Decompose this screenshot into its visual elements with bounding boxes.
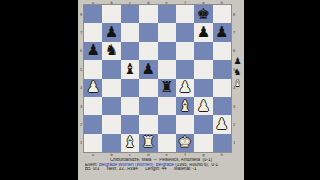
- square-b6: ♞: [102, 42, 120, 60]
- rank-label-2: 2: [79, 115, 84, 133]
- square-e6: [158, 42, 176, 60]
- rank-label-5: 5: [79, 60, 84, 78]
- tray-black-pawn: ♟: [233, 57, 241, 66]
- square-a2: [84, 115, 102, 133]
- stats-line: B5 0/3 Next: 33...Rxa4 Length: 44 Materi…: [78, 167, 244, 172]
- square-b7: ♟: [102, 23, 120, 41]
- square-e7: [158, 23, 176, 41]
- square-c6: [121, 42, 139, 60]
- square-f1: ♚: [176, 134, 194, 152]
- square-g7: ♟: [194, 23, 212, 41]
- square-g8: ♚: [194, 5, 212, 23]
- file-labels-bottom: abcdefgh: [84, 152, 231, 157]
- square-a7: [84, 23, 102, 41]
- white-king: ♚: [178, 135, 191, 150]
- square-b3: [102, 97, 120, 115]
- square-f2: [176, 115, 194, 133]
- black-king: ♚: [197, 7, 210, 22]
- square-g2: [194, 115, 212, 133]
- chess-board: ♚♟♟♟♟♞♝♟♟♜♟♝♟♟♝♜♚: [84, 5, 231, 152]
- rank-label-3: 3: [79, 97, 84, 115]
- square-f6: [176, 42, 194, 60]
- square-a3: [84, 97, 102, 115]
- square-a5: [84, 60, 102, 78]
- square-f4: ♟: [176, 79, 194, 97]
- square-h3: [213, 97, 231, 115]
- square-c7: [121, 23, 139, 41]
- black-pawn: ♟: [197, 25, 210, 40]
- event-label: Event:: [85, 163, 99, 167]
- event-details: (1995, Round 6), 0-1: [174, 163, 218, 167]
- file-label-e: e: [158, 152, 176, 157]
- rank-label-8: 8: [232, 5, 237, 23]
- square-e2: [158, 115, 176, 133]
- white-pawn: ♟: [86, 80, 99, 95]
- rank-labels-left: 87654321: [79, 5, 84, 152]
- tray-white-bishop: ♝: [233, 79, 241, 88]
- square-d5: ♟: [139, 60, 157, 78]
- rank-label-2: 2: [232, 115, 237, 133]
- square-b2: [102, 115, 120, 133]
- file-label-h: h: [213, 152, 231, 157]
- square-a4: ♟: [84, 79, 102, 97]
- square-e3: [158, 97, 176, 115]
- square-e8: [158, 5, 176, 23]
- square-c5: ♝: [121, 60, 139, 78]
- material-tray: ♟♞♝: [232, 56, 243, 89]
- square-g5: [194, 60, 212, 78]
- rank-label-7: 7: [232, 23, 237, 41]
- rank-label-1: 1: [232, 134, 237, 152]
- file-label-c: c: [121, 152, 139, 157]
- rank-label-6: 6: [79, 42, 84, 60]
- square-d2: [139, 115, 157, 133]
- square-c1: ♝: [121, 134, 139, 152]
- rank-label-3: 3: [232, 97, 237, 115]
- square-c8: [121, 5, 139, 23]
- black-rook: ♜: [160, 80, 173, 95]
- square-d8: [139, 5, 157, 23]
- square-e5: [158, 60, 176, 78]
- square-b5: [102, 60, 120, 78]
- square-f3: ♝: [176, 97, 194, 115]
- square-b1: [102, 134, 120, 152]
- event-link: Belgrade Women (Women), Belgrade: [99, 163, 174, 167]
- white-bishop: ♝: [123, 135, 136, 150]
- square-h5: [213, 60, 231, 78]
- square-a6: ♟: [84, 42, 102, 60]
- square-f7: [176, 23, 194, 41]
- square-a8: [84, 5, 102, 23]
- square-d3: [139, 97, 157, 115]
- square-e4: ♜: [158, 79, 176, 97]
- black-bishop: ♝: [123, 62, 136, 77]
- square-d7: [139, 23, 157, 41]
- square-f8: [176, 5, 194, 23]
- white-rook: ♜: [142, 135, 155, 150]
- file-label-a: a: [84, 152, 102, 157]
- file-label-g: g: [194, 152, 212, 157]
- square-h7: ♟: [213, 23, 231, 41]
- square-d6: [139, 42, 157, 60]
- rank-label-1: 1: [79, 134, 84, 152]
- black-knight: ♞: [105, 43, 118, 58]
- white-pawn: ♟: [178, 80, 191, 95]
- file-label-f: f: [176, 152, 194, 157]
- square-h8: [213, 5, 231, 23]
- square-d4: [139, 79, 157, 97]
- square-e1: [158, 134, 176, 152]
- white-pawn: ♟: [215, 117, 228, 132]
- chess-diagram-panel: abcdefgh 87654321 ♚♟♟♟♟♞♝♟♟♜♟♝♟♟♝♜♚ 8765…: [78, 0, 244, 180]
- file-label-d: d: [139, 152, 157, 157]
- video-frame: abcdefgh 87654321 ♚♟♟♟♟♞♝♟♟♜♟♝♟♟♝♜♚ 8765…: [0, 0, 320, 180]
- square-c2: [121, 115, 139, 133]
- square-g1: [194, 134, 212, 152]
- square-g6: [194, 42, 212, 60]
- white-pawn: ♟: [197, 99, 210, 114]
- square-c3: [121, 97, 139, 115]
- rank-label-8: 8: [79, 5, 84, 23]
- square-f5: [176, 60, 194, 78]
- white-bishop: ♝: [178, 99, 191, 114]
- square-g4: [194, 79, 212, 97]
- black-pawn: ♟: [105, 25, 118, 40]
- square-h2: ♟: [213, 115, 231, 133]
- rank-label-7: 7: [79, 23, 84, 41]
- square-h4: [213, 79, 231, 97]
- square-c4: [121, 79, 139, 97]
- rank-label-4: 4: [79, 79, 84, 97]
- black-pawn: ♟: [86, 43, 99, 58]
- black-pawn: ♟: [142, 62, 155, 77]
- square-g3: ♟: [194, 97, 212, 115]
- square-a1: [84, 134, 102, 152]
- square-h6: [213, 42, 231, 60]
- square-d1: ♜: [139, 134, 157, 152]
- square-h1: [213, 134, 231, 152]
- game-caption: Chiburdanidze, Maia -- Petkevics, Antoni…: [78, 158, 244, 172]
- tray-black-knight: ♞: [233, 68, 241, 77]
- black-pawn: ♟: [215, 25, 228, 40]
- file-label-b: b: [102, 152, 120, 157]
- square-b8: [102, 5, 120, 23]
- square-b4: [102, 79, 120, 97]
